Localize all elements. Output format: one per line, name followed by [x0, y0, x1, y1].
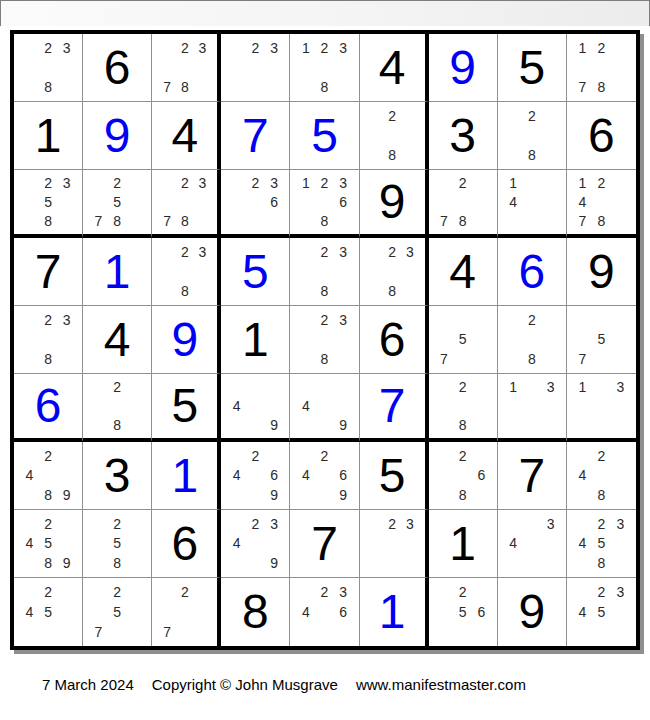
pencil-mark: 9	[265, 485, 284, 505]
pencil-mark: 7	[89, 622, 108, 642]
cell-r6c9[interactable]: 13	[567, 374, 636, 442]
cell-r9c6[interactable]: 1	[360, 578, 429, 646]
cell-r9c3[interactable]: 27	[152, 578, 221, 646]
cell-value: 6	[498, 238, 566, 305]
cell-r7c9[interactable]: 248	[567, 442, 636, 510]
pencil-marks: 2489	[14, 442, 82, 509]
pencil-mark: 2	[453, 174, 472, 193]
pencil-marks: 2378	[152, 170, 217, 234]
cell-r7c6[interactable]: 5	[360, 442, 429, 510]
footer-date: 7 March 2024	[42, 676, 134, 693]
pencil-marks: 2346	[290, 578, 358, 646]
cell-value: 4	[360, 34, 425, 101]
pencil-mark: 8	[176, 211, 194, 230]
cell-r3c2[interactable]: 2578	[83, 170, 152, 238]
pencil-marks: 2378	[152, 34, 217, 101]
pencil-mark: 2	[246, 174, 265, 193]
cell-r4c1[interactable]: 7	[14, 238, 83, 306]
cell-r1c7[interactable]: 9	[429, 34, 498, 102]
cell-r5c4[interactable]: 1	[221, 306, 290, 374]
cell-r4c5[interactable]: 238	[290, 238, 359, 306]
pencil-marks: 238	[290, 306, 358, 373]
footer-copyright: Copyright © John Musgrave	[152, 676, 338, 693]
pencil-marks: 12368	[290, 170, 358, 234]
cell-r9c4[interactable]: 8	[221, 578, 290, 646]
cell-value: 5	[360, 442, 425, 509]
pencil-marks: 28	[498, 306, 566, 373]
cell-value: 4	[152, 102, 217, 169]
pencil-mark: 2	[383, 242, 401, 262]
pencil-mark: 3	[194, 38, 212, 58]
cell-r6c5[interactable]: 49	[290, 374, 359, 442]
cell-r9c2[interactable]: 257	[83, 578, 152, 646]
pencil-mark: 2	[108, 514, 127, 534]
pencil-mark: 2	[592, 446, 611, 466]
pencil-mark: 1	[504, 378, 523, 397]
pencil-marks: 268	[429, 442, 497, 509]
cell-r1c6[interactable]: 4	[360, 34, 429, 102]
cell-value: 6	[83, 34, 151, 101]
pencil-mark: 8	[453, 211, 472, 230]
pencil-mark: 6	[334, 466, 353, 486]
cell-r5c3[interactable]: 9	[152, 306, 221, 374]
pencil-mark: 2	[315, 242, 334, 262]
pencil-mark: 8	[39, 485, 58, 505]
pencil-mark: 2	[176, 38, 194, 58]
pencil-mark: 2	[592, 38, 611, 58]
cell-r2c1[interactable]: 1	[14, 102, 83, 170]
cell-value: 9	[429, 34, 497, 101]
pencil-mark: 5	[592, 602, 611, 622]
cell-r2c5[interactable]: 5	[290, 102, 359, 170]
pencil-marks: 57	[429, 306, 497, 373]
pencil-mark: 3	[541, 514, 560, 534]
cell-value: 6	[567, 102, 636, 169]
pencil-mark: 2	[39, 514, 58, 534]
pencil-marks: 28	[498, 102, 566, 169]
pencil-marks: 238	[14, 34, 82, 101]
cell-r5c2[interactable]: 4	[83, 306, 152, 374]
pencil-mark: 8	[383, 145, 401, 165]
pencil-mark: 7	[573, 211, 592, 230]
cell-r5c8[interactable]: 28	[498, 306, 567, 374]
pencil-marks: 238	[290, 238, 358, 305]
cell-r2c6[interactable]: 28	[360, 102, 429, 170]
pencil-mark: 2	[176, 582, 194, 602]
pencil-mark: 3	[334, 174, 353, 193]
pencil-mark: 4	[504, 534, 523, 554]
pencil-mark: 2	[383, 514, 401, 534]
pencil-mark: 7	[435, 211, 454, 230]
pencil-mark: 5	[39, 193, 58, 212]
pencil-marks: 2345	[567, 578, 636, 646]
pencil-mark: 4	[573, 602, 592, 622]
pencil-mark: 3	[611, 582, 630, 602]
cell-value: 8	[221, 578, 289, 646]
pencil-mark: 2	[39, 38, 58, 58]
pencil-mark: 8	[39, 77, 58, 97]
pencil-mark: 8	[592, 211, 611, 230]
pencil-marks: 1278	[567, 34, 636, 101]
cell-r8c5[interactable]: 7	[290, 510, 359, 578]
pencil-mark: 3	[611, 514, 630, 534]
pencil-mark: 7	[573, 77, 592, 97]
pencil-mark: 7	[89, 211, 108, 230]
cell-r1c8[interactable]: 5	[498, 34, 567, 102]
cell-value: 9	[360, 170, 425, 234]
pencil-mark: 2	[592, 582, 611, 602]
pencil-marks: 2578	[83, 170, 151, 234]
pencil-mark: 2	[39, 310, 58, 330]
pencil-mark: 2	[246, 514, 265, 534]
pencil-marks: 28	[360, 102, 425, 169]
pencil-marks: 28	[83, 374, 151, 438]
pencil-mark: 7	[158, 622, 176, 642]
pencil-mark: 7	[158, 77, 176, 97]
cell-r4c4[interactable]: 5	[221, 238, 290, 306]
pencil-marks: 257	[83, 578, 151, 646]
pencil-mark: 6	[265, 466, 284, 486]
pencil-mark: 2	[39, 582, 58, 602]
pencil-marks: 49	[290, 374, 358, 438]
pencil-mark: 6	[334, 602, 353, 622]
cell-value: 1	[152, 442, 217, 509]
sudoku-board: 2386237823123849512781947528328623582578…	[10, 30, 640, 650]
pencil-mark: 4	[573, 466, 592, 486]
cell-r4c7[interactable]: 4	[429, 238, 498, 306]
cell-r3c8[interactable]: 14	[498, 170, 567, 238]
cell-value: 6	[152, 510, 217, 577]
pencil-mark: 7	[158, 211, 176, 230]
pencil-mark: 2	[383, 106, 401, 126]
cell-r8c8[interactable]: 34	[498, 510, 567, 578]
cell-r7c2[interactable]: 3	[83, 442, 152, 510]
pencil-mark: 5	[108, 534, 127, 554]
cell-r8c4[interactable]: 2349	[221, 510, 290, 578]
cell-value: 6	[14, 374, 82, 438]
cell-r3c9[interactable]: 12478	[567, 170, 636, 238]
pencil-mark: 1	[504, 174, 523, 193]
pencil-mark: 4	[227, 534, 246, 554]
cell-value: 5	[221, 238, 289, 305]
pencil-mark: 8	[315, 77, 334, 97]
cell-r7c5[interactable]: 2469	[290, 442, 359, 510]
cell-r6c4[interactable]: 49	[221, 374, 290, 442]
pencil-marks: 23	[360, 510, 425, 577]
pencil-mark: 5	[108, 602, 127, 622]
cell-value: 1	[83, 238, 151, 305]
pencil-mark: 3	[265, 38, 284, 58]
pencil-marks: 238	[14, 306, 82, 373]
cell-value: 9	[567, 238, 636, 305]
cell-value: 3	[429, 102, 497, 169]
pencil-mark: 2	[108, 582, 127, 602]
pencil-mark: 8	[176, 281, 194, 301]
cell-value: 1	[14, 102, 82, 169]
cell-r1c2[interactable]: 6	[83, 34, 152, 102]
cell-value: 4	[83, 306, 151, 373]
pencil-mark: 9	[57, 553, 76, 573]
cell-r9c7[interactable]: 256	[429, 578, 498, 646]
pencil-mark: 2	[108, 378, 127, 397]
pencil-mark: 6	[334, 193, 353, 212]
pencil-mark: 8	[522, 349, 541, 369]
cell-r3c1[interactable]: 2358	[14, 170, 83, 238]
pencil-marks: 2469	[221, 442, 289, 509]
pencil-mark: 8	[592, 485, 611, 505]
pencil-mark: 5	[39, 534, 58, 554]
pencil-mark: 2	[315, 582, 334, 602]
cell-r5c6[interactable]: 6	[360, 306, 429, 374]
pencil-mark: 5	[592, 534, 611, 554]
cell-r9c5[interactable]: 2346	[290, 578, 359, 646]
pencil-marks: 57	[567, 306, 636, 373]
pencil-mark: 5	[39, 602, 58, 622]
cell-r8c3[interactable]: 6	[152, 510, 221, 578]
pencil-mark: 9	[334, 415, 353, 434]
pencil-mark: 3	[334, 38, 353, 58]
pencil-mark: 8	[315, 349, 334, 369]
pencil-mark: 8	[39, 349, 58, 369]
cell-r6c3[interactable]: 5	[152, 374, 221, 442]
cell-value: 4	[429, 238, 497, 305]
pencil-mark: 8	[176, 77, 194, 97]
cell-r5c1[interactable]: 238	[14, 306, 83, 374]
pencil-mark: 7	[573, 349, 592, 369]
pencil-mark: 5	[108, 193, 127, 212]
pencil-mark: 2	[315, 38, 334, 58]
pencil-mark: 2	[453, 378, 472, 397]
cell-r1c9[interactable]: 1278	[567, 34, 636, 102]
cell-r2c8[interactable]: 28	[498, 102, 567, 170]
pencil-mark: 4	[573, 534, 592, 554]
cell-r1c1[interactable]: 238	[14, 34, 83, 102]
pencil-mark: 2	[592, 514, 611, 534]
pencil-mark: 8	[108, 553, 127, 573]
cell-value: 7	[14, 238, 82, 305]
pencil-mark: 4	[296, 397, 315, 416]
pencil-marks: 27	[152, 578, 217, 646]
title-bar	[0, 0, 650, 26]
pencil-marks: 2469	[290, 442, 358, 509]
pencil-mark: 2	[39, 446, 58, 466]
pencil-marks: 238	[360, 238, 425, 305]
pencil-mark: 5	[453, 602, 472, 622]
cell-value: 7	[290, 510, 358, 577]
pencil-mark: 1	[296, 174, 315, 193]
pencil-mark: 8	[108, 415, 127, 434]
pencil-marks: 258	[83, 510, 151, 577]
pencil-marks: 2358	[14, 170, 82, 234]
pencil-mark: 3	[334, 242, 353, 262]
cell-r2c7[interactable]: 3	[429, 102, 498, 170]
pencil-mark: 9	[265, 415, 284, 434]
cell-r1c3[interactable]: 2378	[152, 34, 221, 102]
pencil-mark: 4	[227, 466, 246, 486]
cell-value: 1	[429, 510, 497, 577]
pencil-mark: 3	[265, 174, 284, 193]
cell-value: 9	[83, 102, 151, 169]
pencil-mark: 6	[265, 193, 284, 212]
pencil-marks: 23458	[567, 510, 636, 577]
cell-r8c6[interactable]: 23	[360, 510, 429, 578]
cell-value: 7	[498, 442, 566, 509]
cell-r9c8[interactable]: 9	[498, 578, 567, 646]
cell-r4c8[interactable]: 6	[498, 238, 567, 306]
pencil-mark: 1	[573, 174, 592, 193]
pencil-mark: 3	[57, 174, 76, 193]
cell-value: 5	[152, 374, 217, 438]
cell-r2c2[interactable]: 9	[83, 102, 152, 170]
cell-r2c3[interactable]: 4	[152, 102, 221, 170]
pencil-mark: 2	[176, 174, 194, 193]
cell-r8c1[interactable]: 24589	[14, 510, 83, 578]
pencil-mark: 8	[315, 211, 334, 230]
pencil-mark: 2	[108, 174, 127, 193]
cell-r8c2[interactable]: 258	[83, 510, 152, 578]
cell-value: 7	[221, 102, 289, 169]
pencil-mark: 8	[522, 145, 541, 165]
pencil-mark: 2	[39, 174, 58, 193]
cell-r8c9[interactable]: 23458	[567, 510, 636, 578]
pencil-mark: 8	[453, 415, 472, 434]
pencil-mark: 3	[334, 310, 353, 330]
pencil-marks: 13	[567, 374, 636, 438]
cell-r7c8[interactable]: 7	[498, 442, 567, 510]
pencil-mark: 9	[265, 553, 284, 573]
pencil-mark: 8	[39, 211, 58, 230]
cell-r2c9[interactable]: 6	[567, 102, 636, 170]
cell-r9c1[interactable]: 245	[14, 578, 83, 646]
cell-r5c5[interactable]: 238	[290, 306, 359, 374]
pencil-marks: 49	[221, 374, 289, 438]
cell-r7c3[interactable]: 1	[152, 442, 221, 510]
footer: 7 March 2024Copyright © John Musgravewww…	[42, 676, 642, 693]
cell-r4c6[interactable]: 238	[360, 238, 429, 306]
pencil-mark: 9	[57, 485, 76, 505]
pencil-mark: 4	[296, 466, 315, 486]
pencil-mark: 4	[20, 602, 39, 622]
pencil-mark: 3	[611, 378, 630, 397]
pencil-mark: 7	[435, 349, 454, 369]
pencil-mark: 2	[592, 174, 611, 193]
pencil-mark: 2	[246, 38, 265, 58]
pencil-mark: 1	[573, 38, 592, 58]
pencil-marks: 278	[429, 170, 497, 234]
pencil-mark: 8	[592, 77, 611, 97]
cell-r2c4[interactable]: 7	[221, 102, 290, 170]
pencil-mark: 2	[315, 174, 334, 193]
pencil-mark: 2	[453, 446, 472, 466]
pencil-marks: 236	[221, 170, 289, 234]
cell-value: 9	[498, 578, 566, 646]
cell-r7c4[interactable]: 2469	[221, 442, 290, 510]
cell-r9c9[interactable]: 2345	[567, 578, 636, 646]
cell-value: 1	[221, 306, 289, 373]
cell-r6c1[interactable]: 6	[14, 374, 83, 442]
cell-r4c9[interactable]: 9	[567, 238, 636, 306]
pencil-mark: 8	[453, 485, 472, 505]
pencil-mark: 4	[20, 466, 39, 486]
pencil-marks: 1238	[290, 34, 358, 101]
pencil-mark: 3	[334, 582, 353, 602]
cell-r3c4[interactable]: 236	[221, 170, 290, 238]
pencil-mark: 4	[227, 397, 246, 416]
pencil-mark: 1	[573, 378, 592, 397]
pencil-mark: 2	[315, 310, 334, 330]
cell-r1c5[interactable]: 1238	[290, 34, 359, 102]
pencil-mark: 9	[334, 485, 353, 505]
pencil-mark: 3	[401, 242, 419, 262]
cell-r3c7[interactable]: 278	[429, 170, 498, 238]
pencil-mark: 3	[194, 242, 212, 262]
pencil-mark: 3	[401, 514, 419, 534]
cell-r8c7[interactable]: 1	[429, 510, 498, 578]
pencil-mark: 4	[573, 193, 592, 212]
pencil-mark: 6	[472, 602, 491, 622]
cell-r4c2[interactable]: 1	[83, 238, 152, 306]
cell-r3c3[interactable]: 2378	[152, 170, 221, 238]
cell-r5c7[interactable]: 57	[429, 306, 498, 374]
pencil-marks: 24589	[14, 510, 82, 577]
pencil-mark: 3	[57, 38, 76, 58]
pencil-mark: 3	[265, 514, 284, 534]
footer-website: www.manifestmaster.com	[356, 676, 526, 693]
pencil-mark: 8	[315, 281, 334, 301]
cell-r6c8[interactable]: 13	[498, 374, 567, 442]
pencil-mark: 2	[315, 446, 334, 466]
pencil-mark: 2	[522, 310, 541, 330]
pencil-marks: 248	[567, 442, 636, 509]
pencil-mark: 1	[296, 38, 315, 58]
cell-r1c4[interactable]: 23	[221, 34, 290, 102]
pencil-marks: 13	[498, 374, 566, 438]
pencil-marks: 14	[498, 170, 566, 234]
pencil-mark: 8	[39, 553, 58, 573]
pencil-marks: 245	[14, 578, 82, 646]
pencil-mark: 2	[453, 582, 472, 602]
cell-r3c5[interactable]: 12368	[290, 170, 359, 238]
cell-r4c3[interactable]: 238	[152, 238, 221, 306]
pencil-mark: 5	[592, 330, 611, 350]
cell-r6c2[interactable]: 28	[83, 374, 152, 442]
cell-value: 1	[360, 578, 425, 646]
cell-r5c9[interactable]: 57	[567, 306, 636, 374]
pencil-mark: 3	[194, 174, 212, 193]
pencil-mark: 5	[453, 330, 472, 350]
pencil-mark: 4	[504, 193, 523, 212]
pencil-mark: 4	[296, 602, 315, 622]
pencil-marks: 2349	[221, 510, 289, 577]
cell-value: 3	[83, 442, 151, 509]
pencil-mark: 3	[57, 310, 76, 330]
pencil-mark: 2	[246, 446, 265, 466]
pencil-marks: 23	[221, 34, 289, 101]
cell-r7c7[interactable]: 268	[429, 442, 498, 510]
pencil-marks: 34	[498, 510, 566, 577]
cell-value: 5	[290, 102, 358, 169]
cell-r3c6[interactable]: 9	[360, 170, 429, 238]
cell-r6c7[interactable]: 28	[429, 374, 498, 442]
pencil-mark: 3	[541, 378, 560, 397]
pencil-mark: 8	[108, 211, 127, 230]
pencil-marks: 28	[429, 374, 497, 438]
cell-value: 6	[360, 306, 425, 373]
pencil-marks: 256	[429, 578, 497, 646]
cell-r6c6[interactable]: 7	[360, 374, 429, 442]
cell-r7c1[interactable]: 2489	[14, 442, 83, 510]
pencil-mark: 2	[522, 106, 541, 126]
